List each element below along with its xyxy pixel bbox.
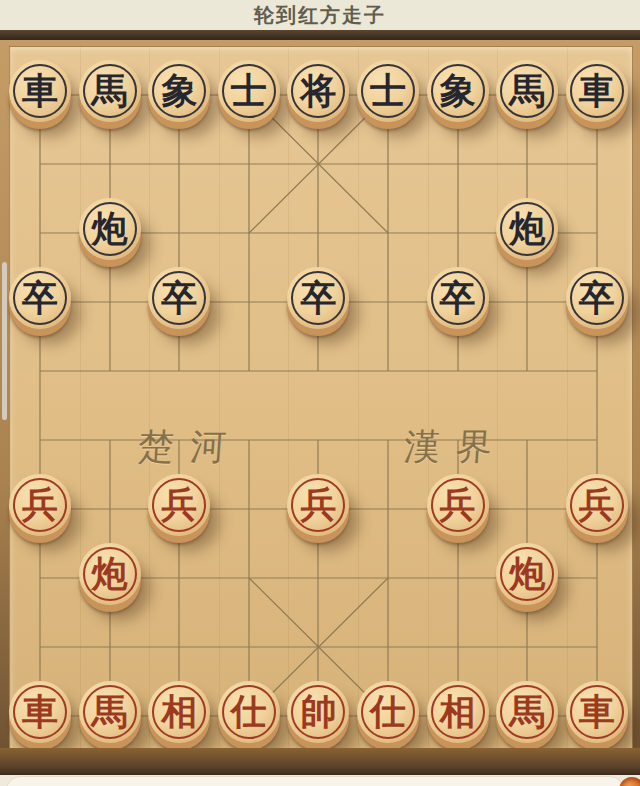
piece-black-chariot[interactable]: 車 — [9, 60, 71, 122]
piece-black-cannon[interactable]: 炮 — [496, 198, 558, 260]
piece-black-soldier[interactable]: 卒 — [566, 267, 628, 329]
piece-red-cannon[interactable]: 炮 — [496, 543, 558, 605]
river-label-left: 楚河 — [136, 423, 243, 472]
piece-label: 炮 — [509, 555, 545, 591]
piece-black-chariot[interactable]: 車 — [566, 60, 628, 122]
piece-label: 炮 — [509, 210, 545, 246]
piece-label: 士 — [370, 72, 406, 108]
piece-label: 卒 — [161, 279, 197, 315]
piece-label: 兵 — [22, 486, 58, 522]
piece-label: 兵 — [300, 486, 336, 522]
piece-black-soldier[interactable]: 卒 — [9, 267, 71, 329]
piece-red-elephant[interactable]: 相 — [427, 681, 489, 743]
piece-red-soldier[interactable]: 兵 — [566, 474, 628, 536]
piece-label: 象 — [161, 72, 197, 108]
board-grid — [0, 40, 640, 775]
piece-black-soldier[interactable]: 卒 — [287, 267, 349, 329]
piece-label: 馬 — [92, 72, 128, 108]
piece-label: 炮 — [92, 210, 128, 246]
piece-label: 馬 — [509, 693, 545, 729]
piece-red-horse[interactable]: 馬 — [496, 681, 558, 743]
piece-label: 兵 — [161, 486, 197, 522]
piece-label: 卒 — [440, 279, 476, 315]
piece-black-advisor[interactable]: 士 — [357, 60, 419, 122]
piece-black-horse[interactable]: 馬 — [79, 60, 141, 122]
turn-banner: 轮到红方走子 — [0, 0, 640, 30]
xiangqi-app: 轮到红方走子 楚河 漢界 車馬象士将士象馬車炮炮卒卒卒卒卒兵兵兵兵兵炮炮車馬相仕… — [0, 0, 640, 786]
piece-label: 車 — [579, 72, 615, 108]
board-frame-bottom — [0, 748, 640, 775]
piece-black-elephant[interactable]: 象 — [427, 60, 489, 122]
river-label-right: 漢界 — [402, 423, 509, 472]
piece-label: 帥 — [300, 693, 336, 729]
piece-label: 馬 — [509, 72, 545, 108]
piece-red-chariot[interactable]: 車 — [9, 681, 71, 743]
piece-black-soldier[interactable]: 卒 — [427, 267, 489, 329]
piece-label: 相 — [440, 693, 476, 729]
piece-red-advisor[interactable]: 仕 — [357, 681, 419, 743]
piece-label: 卒 — [579, 279, 615, 315]
piece-label: 士 — [231, 72, 267, 108]
piece-label: 象 — [440, 72, 476, 108]
piece-black-general[interactable]: 将 — [287, 60, 349, 122]
piece-label: 車 — [22, 72, 58, 108]
piece-red-cannon[interactable]: 炮 — [79, 543, 141, 605]
piece-black-cannon[interactable]: 炮 — [79, 198, 141, 260]
piece-label: 相 — [161, 693, 197, 729]
scrollbar-thumb[interactable] — [2, 262, 7, 420]
piece-red-elephant[interactable]: 相 — [148, 681, 210, 743]
piece-black-advisor[interactable]: 士 — [218, 60, 280, 122]
board[interactable]: 楚河 漢界 車馬象士将士象馬車炮炮卒卒卒卒卒兵兵兵兵兵炮炮車馬相仕帥仕相馬車 — [0, 40, 640, 775]
piece-red-horse[interactable]: 馬 — [79, 681, 141, 743]
captured-piece-peek-icon — [619, 777, 640, 786]
piece-label: 仕 — [231, 693, 267, 729]
piece-label: 仕 — [370, 693, 406, 729]
piece-label: 卒 — [300, 279, 336, 315]
piece-label: 車 — [579, 693, 615, 729]
piece-black-horse[interactable]: 馬 — [496, 60, 558, 122]
piece-label: 将 — [300, 72, 336, 108]
piece-label: 馬 — [92, 693, 128, 729]
piece-label: 炮 — [92, 555, 128, 591]
piece-black-soldier[interactable]: 卒 — [148, 267, 210, 329]
header-divider — [0, 30, 640, 40]
piece-black-elephant[interactable]: 象 — [148, 60, 210, 122]
bottom-panel[interactable] — [6, 776, 624, 786]
piece-red-soldier[interactable]: 兵 — [427, 474, 489, 536]
turn-banner-text: 轮到红方走子 — [254, 2, 386, 29]
piece-red-chariot[interactable]: 車 — [566, 681, 628, 743]
piece-red-soldier[interactable]: 兵 — [9, 474, 71, 536]
piece-label: 卒 — [22, 279, 58, 315]
piece-red-advisor[interactable]: 仕 — [218, 681, 280, 743]
piece-label: 兵 — [579, 486, 615, 522]
piece-red-soldier[interactable]: 兵 — [287, 474, 349, 536]
piece-label: 兵 — [440, 486, 476, 522]
piece-label: 車 — [22, 693, 58, 729]
piece-red-soldier[interactable]: 兵 — [148, 474, 210, 536]
piece-red-general[interactable]: 帥 — [287, 681, 349, 743]
